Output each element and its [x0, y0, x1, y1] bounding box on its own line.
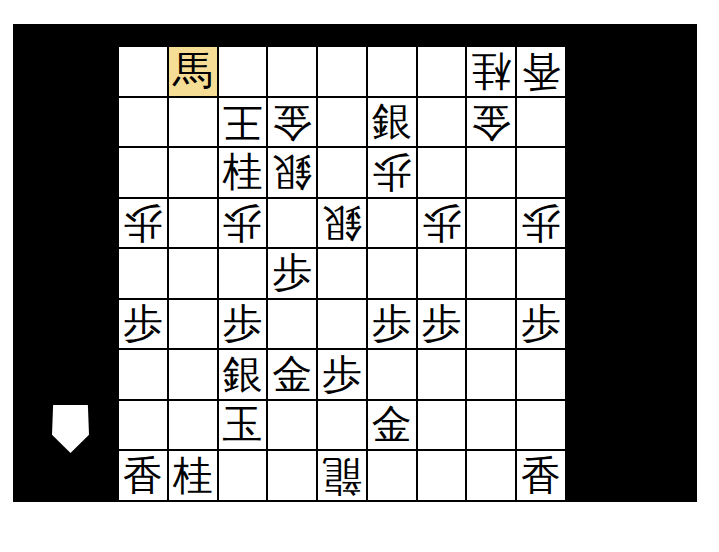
board-cell-occupied[interactable]: 金: [268, 98, 316, 147]
board-cell-empty[interactable]: [318, 148, 366, 197]
pawn-sente-piece: 歩: [272, 253, 312, 293]
board-cell-occupied[interactable]: 桂: [467, 47, 515, 96]
king-sente-piece: 玉: [222, 405, 262, 445]
board-cell-occupied[interactable]: 歩: [119, 300, 167, 349]
board-cell-empty[interactable]: [169, 350, 217, 399]
board-cell-empty[interactable]: [119, 47, 167, 96]
gold-sente-piece: 金: [272, 355, 312, 395]
board-cell-empty[interactable]: [418, 148, 466, 197]
board-cell-empty[interactable]: [467, 401, 515, 450]
board-cell-occupied[interactable]: 玉: [219, 401, 267, 450]
board-cell-empty[interactable]: [119, 249, 167, 298]
pawn-sente-piece: 歩: [372, 304, 412, 344]
pawn-sente-piece: 歩: [222, 304, 262, 344]
board-cell-occupied[interactable]: 歩: [368, 148, 416, 197]
gold-gote-piece: 金: [471, 102, 511, 142]
board-cell-empty[interactable]: [169, 148, 217, 197]
board-cell-occupied[interactable]: 銀: [318, 199, 366, 248]
board-cell-empty[interactable]: [169, 401, 217, 450]
board-cell-empty[interactable]: [119, 401, 167, 450]
board-cell-empty[interactable]: [418, 249, 466, 298]
knight-gote-piece: 桂: [471, 51, 511, 91]
board-cell-empty[interactable]: [467, 148, 515, 197]
pawn-sente-piece: 歩: [521, 304, 561, 344]
board-cell-empty[interactable]: [219, 47, 267, 96]
knight-sente-piece: 桂: [173, 456, 213, 496]
board-cell-empty[interactable]: [467, 350, 515, 399]
shogi-board: 馬桂香王金銀金桂銀歩歩歩銀歩歩歩歩歩歩歩歩銀金歩玉金香桂龍香: [117, 45, 567, 502]
board-cell-empty[interactable]: [368, 350, 416, 399]
board-cell-occupied[interactable]: 歩: [418, 199, 466, 248]
board-cell-empty[interactable]: [318, 249, 366, 298]
pawn-sente-piece: 歩: [123, 304, 163, 344]
board-cell-empty[interactable]: [418, 401, 466, 450]
board-cell-empty[interactable]: [418, 350, 466, 399]
silver-sente-piece: 銀: [222, 355, 262, 395]
board-cell-empty[interactable]: [517, 401, 565, 450]
board-cell-empty[interactable]: [119, 350, 167, 399]
board-cell-empty[interactable]: [268, 300, 316, 349]
silver-gote-piece: 銀: [272, 152, 312, 192]
board-cell-empty[interactable]: [467, 451, 515, 500]
board-cell-occupied[interactable]: 王: [219, 98, 267, 147]
board-cell-empty[interactable]: [318, 47, 366, 96]
board-cell-empty[interactable]: [268, 199, 316, 248]
gold-gote-piece: 金: [272, 102, 312, 142]
board-background-panel: 馬桂香王金銀金桂銀歩歩歩銀歩歩歩歩歩歩歩歩銀金歩玉金香桂龍香: [13, 24, 697, 502]
pawn-sente-piece: 歩: [322, 355, 362, 395]
lance-sente-piece: 香: [123, 456, 163, 496]
pawn-gote-piece: 歩: [372, 152, 412, 192]
board-cell-empty[interactable]: [368, 451, 416, 500]
board-cell-occupied[interactable]: 馬: [169, 47, 217, 96]
board-cell-empty[interactable]: [418, 47, 466, 96]
board-cell-empty[interactable]: [517, 249, 565, 298]
board-cell-empty[interactable]: [169, 249, 217, 298]
board-cell-occupied[interactable]: 金: [268, 350, 316, 399]
silver-gote-piece: 銀: [322, 203, 362, 243]
board-cell-occupied[interactable]: 歩: [368, 300, 416, 349]
board-cell-occupied[interactable]: 歩: [418, 300, 466, 349]
board-cell-empty[interactable]: [119, 98, 167, 147]
board-cell-empty[interactable]: [268, 451, 316, 500]
board-cell-empty[interactable]: [219, 451, 267, 500]
promoted-rook-gote-piece: 龍: [322, 456, 362, 496]
silver-sente-piece: 銀: [372, 102, 412, 142]
board-cell-empty[interactable]: [169, 300, 217, 349]
board-cell-occupied[interactable]: 銀: [219, 350, 267, 399]
board-cell-occupied[interactable]: 金: [467, 98, 515, 147]
promoted-bishop-sente-piece: 馬: [173, 51, 213, 91]
board-cell-occupied[interactable]: 桂: [219, 148, 267, 197]
board-cell-empty[interactable]: [169, 199, 217, 248]
board-cell-occupied[interactable]: 銀: [268, 148, 316, 197]
board-cell-occupied[interactable]: 歩: [268, 249, 316, 298]
board-cell-empty[interactable]: [368, 249, 416, 298]
board-cell-empty[interactable]: [318, 98, 366, 147]
board-cell-occupied[interactable]: 歩: [517, 199, 565, 248]
board-cell-occupied[interactable]: 香: [119, 451, 167, 500]
board-cell-empty[interactable]: [418, 98, 466, 147]
board-cell-occupied[interactable]: 龍: [318, 451, 366, 500]
board-cell-occupied[interactable]: 歩: [119, 199, 167, 248]
board-cell-occupied[interactable]: 銀: [368, 98, 416, 147]
board-cell-empty[interactable]: [517, 148, 565, 197]
board-cell-occupied[interactable]: 香: [517, 451, 565, 500]
board-cell-empty[interactable]: [368, 47, 416, 96]
pawn-gote-piece: 歩: [123, 203, 163, 243]
lance-sente-piece: 香: [521, 456, 561, 496]
board-cell-occupied[interactable]: 香: [517, 47, 565, 96]
board-cell-occupied[interactable]: 金: [368, 401, 416, 450]
board-cell-empty[interactable]: [517, 350, 565, 399]
lance-gote-piece: 香: [521, 51, 561, 91]
board-cell-empty[interactable]: [219, 249, 267, 298]
board-cell-empty[interactable]: [318, 300, 366, 349]
board-cell-empty[interactable]: [467, 300, 515, 349]
board-cell-empty[interactable]: [268, 47, 316, 96]
board-cell-occupied[interactable]: 歩: [219, 300, 267, 349]
board-cell-empty[interactable]: [119, 148, 167, 197]
board-cell-empty[interactable]: [467, 199, 515, 248]
pawn-sente-piece: 歩: [422, 304, 462, 344]
board-cell-occupied[interactable]: 桂: [169, 451, 217, 500]
board-cell-empty[interactable]: [318, 401, 366, 450]
board-cell-empty[interactable]: [517, 98, 565, 147]
king-gote-piece: 王: [222, 102, 262, 142]
board-cell-occupied[interactable]: 歩: [219, 199, 267, 248]
pawn-gote-piece: 歩: [422, 203, 462, 243]
board-cell-occupied[interactable]: 歩: [318, 350, 366, 399]
board-cell-empty[interactable]: [169, 98, 217, 147]
pawn-gote-piece: 歩: [222, 203, 262, 243]
board-cell-empty[interactable]: [268, 401, 316, 450]
board-cell-empty[interactable]: [467, 249, 515, 298]
board-cell-empty[interactable]: [368, 199, 416, 248]
knight-sente-piece: 桂: [222, 152, 262, 192]
board-cell-occupied[interactable]: 歩: [517, 300, 565, 349]
board-cell-empty[interactable]: [418, 451, 466, 500]
gote-to-move-indicator: [52, 405, 89, 453]
gold-sente-piece: 金: [372, 405, 412, 445]
pawn-gote-piece: 歩: [521, 203, 561, 243]
